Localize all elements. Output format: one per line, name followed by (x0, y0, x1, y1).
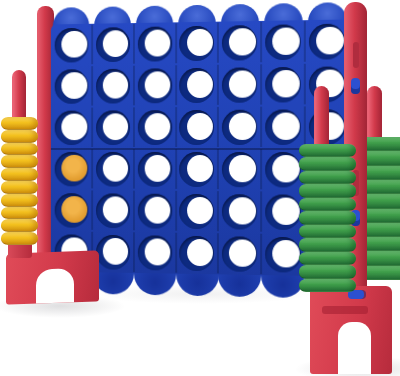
yellow-disc (1, 168, 38, 181)
empty-hole (96, 151, 130, 186)
empty-hole (55, 27, 89, 62)
board-cell-c6r2 (261, 63, 305, 106)
empty-hole (309, 23, 345, 59)
empty-hole (265, 236, 301, 272)
foot-emboss (322, 306, 368, 314)
empty-hole (96, 234, 130, 269)
empty-hole (96, 68, 130, 103)
green-disc (299, 144, 356, 157)
board-cell-c7r1 (305, 19, 349, 62)
empty-hole (96, 27, 130, 62)
empty-hole (55, 69, 89, 104)
board-cell-c4r4 (176, 148, 219, 190)
board-cell-c5r4 (218, 148, 261, 190)
green-disc (299, 157, 356, 170)
board-cell-c4r2 (176, 64, 219, 106)
board-cell-c3r4 (134, 148, 176, 190)
empty-hole (55, 110, 89, 145)
empty-hole (222, 25, 257, 61)
empty-hole (180, 151, 215, 186)
empty-hole (96, 110, 130, 145)
board-cell-c4r3 (176, 106, 219, 148)
board-cell-c2r1 (92, 23, 134, 65)
empty-hole (222, 109, 257, 144)
board-cell-c3r2 (134, 64, 176, 106)
product-photo-giant-connect-four (0, 0, 400, 376)
board-cell-c1r4 (51, 148, 92, 189)
board-cell-c3r5 (134, 190, 176, 232)
board-cell-c2r3 (92, 106, 134, 148)
board-cell-c6r3 (261, 105, 305, 148)
empty-hole (180, 67, 215, 102)
empty-hole (137, 151, 171, 186)
left-foot (6, 250, 99, 304)
empty-hole (137, 68, 171, 103)
post-slot (353, 42, 359, 68)
yellow-disc (1, 181, 38, 194)
empty-hole (265, 66, 301, 102)
green-disc (299, 211, 356, 224)
yellow-disc-stack (1, 117, 38, 245)
empty-hole (55, 193, 89, 228)
green-disc (299, 198, 356, 211)
empty-hole (180, 193, 215, 228)
yellow-disc (1, 117, 38, 130)
yellow-disc (1, 155, 38, 168)
board-cell-c1r5 (51, 189, 92, 231)
yellow-disc (1, 130, 38, 143)
empty-hole (265, 109, 301, 145)
yellow-disc (1, 194, 38, 207)
board-cell-c2r5 (92, 189, 134, 231)
green-disc (299, 265, 356, 278)
board-cell-c5r6 (218, 232, 261, 275)
empty-hole (137, 110, 171, 145)
board-cell-c3r3 (134, 106, 176, 148)
empty-hole (222, 67, 257, 102)
board-cell-c5r1 (218, 21, 261, 64)
green-disc (299, 184, 356, 197)
empty-hole (222, 152, 257, 187)
board-cell-c1r3 (51, 107, 92, 148)
empty-hole (137, 26, 171, 61)
yellow-disc (1, 219, 38, 232)
board-cell-c2r2 (92, 65, 134, 107)
green-disc (299, 279, 356, 292)
empty-hole (137, 193, 171, 228)
empty-hole (55, 151, 89, 186)
empty-hole (137, 235, 171, 270)
board-cell-c1r1 (51, 24, 92, 66)
board-cell-c1r2 (51, 65, 92, 107)
board-cell-c5r2 (218, 63, 261, 106)
blue-slider-lock (351, 78, 360, 94)
green-disc (299, 171, 356, 184)
board-cell-c6r1 (261, 20, 305, 63)
board-cell-c4r6 (176, 232, 219, 275)
empty-hole (222, 194, 257, 229)
board-cell-c5r5 (218, 190, 261, 233)
board-cell-c3r6 (134, 231, 176, 273)
empty-hole (222, 236, 257, 272)
empty-hole (180, 25, 215, 60)
right-foot (310, 286, 392, 374)
empty-hole (96, 193, 130, 228)
green-disc-stack-front (299, 144, 356, 292)
yellow-disc (1, 207, 38, 220)
board-cell-c4r5 (176, 190, 219, 232)
green-disc (299, 252, 356, 265)
empty-hole (180, 235, 215, 270)
yellow-disc (1, 232, 38, 245)
empty-hole (265, 194, 301, 230)
empty-hole (265, 152, 301, 188)
board-cell-c3r1 (134, 22, 176, 64)
green-disc (299, 238, 356, 251)
empty-hole (180, 109, 215, 144)
green-disc (299, 225, 356, 238)
empty-hole (265, 24, 301, 60)
board-cell-c4r1 (176, 22, 219, 65)
board-cell-c2r4 (92, 148, 134, 190)
board-cell-c5r3 (218, 106, 261, 148)
yellow-disc (1, 143, 38, 156)
